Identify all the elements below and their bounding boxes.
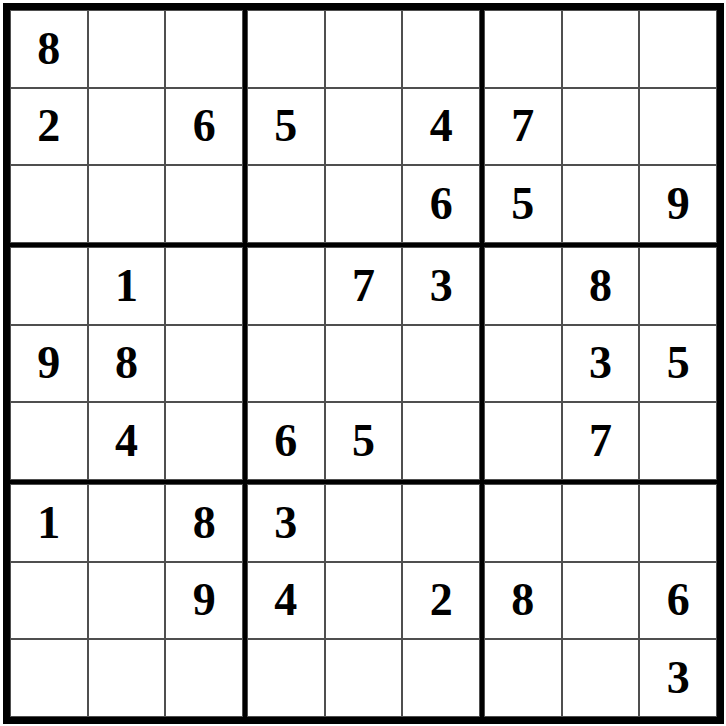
cell-r3c9[interactable]: 9	[639, 165, 717, 243]
cell-r7c2[interactable]	[88, 484, 166, 562]
cell-r1c1[interactable]: 8	[10, 10, 88, 88]
cell-r2c7[interactable]: 7	[484, 88, 562, 166]
cell-r6c1[interactable]	[10, 402, 88, 480]
cell-r8c8[interactable]	[562, 562, 640, 640]
cell-r2c8[interactable]	[562, 88, 640, 166]
cell-r8c4[interactable]: 4	[247, 562, 325, 640]
cell-r4c3[interactable]	[165, 247, 243, 325]
cell-r9c2[interactable]	[88, 639, 166, 717]
cell-r1c3[interactable]	[165, 10, 243, 88]
cell-r6c8[interactable]: 7	[562, 402, 640, 480]
cell-r1c2[interactable]	[88, 10, 166, 88]
box-band3-stack1: 189	[8, 482, 245, 719]
cell-r1c5[interactable]	[325, 10, 403, 88]
cell-r5c7[interactable]	[484, 325, 562, 403]
cell-r3c7[interactable]: 5	[484, 165, 562, 243]
cell-r4c9[interactable]	[639, 247, 717, 325]
cell-r3c8[interactable]	[562, 165, 640, 243]
cell-r6c6[interactable]	[402, 402, 480, 480]
cell-r6c9[interactable]	[639, 402, 717, 480]
cell-r8c3[interactable]: 9	[165, 562, 243, 640]
box-band2-stack2: 7365	[245, 245, 482, 482]
cell-r9c7[interactable]	[484, 639, 562, 717]
box-band1-stack2: 546	[245, 8, 482, 245]
cell-r4c2[interactable]: 1	[88, 247, 166, 325]
cell-r6c3[interactable]	[165, 402, 243, 480]
cell-r6c4[interactable]: 6	[247, 402, 325, 480]
cell-r7c1[interactable]: 1	[10, 484, 88, 562]
cell-r1c9[interactable]	[639, 10, 717, 88]
box-band1-stack3: 759	[482, 8, 719, 245]
cell-r9c8[interactable]	[562, 639, 640, 717]
cell-r7c7[interactable]	[484, 484, 562, 562]
cell-r7c3[interactable]: 8	[165, 484, 243, 562]
cell-r7c4[interactable]: 3	[247, 484, 325, 562]
cell-r2c6[interactable]: 4	[402, 88, 480, 166]
cell-r9c3[interactable]	[165, 639, 243, 717]
cell-r6c5[interactable]: 5	[325, 402, 403, 480]
box-band3-stack3: 863	[482, 482, 719, 719]
cell-r8c5[interactable]	[325, 562, 403, 640]
cell-r7c9[interactable]	[639, 484, 717, 562]
cell-r8c2[interactable]	[88, 562, 166, 640]
cell-r2c4[interactable]: 5	[247, 88, 325, 166]
cell-r4c5[interactable]: 7	[325, 247, 403, 325]
cell-r1c4[interactable]	[247, 10, 325, 88]
cell-r4c1[interactable]	[10, 247, 88, 325]
cell-r5c9[interactable]: 5	[639, 325, 717, 403]
cell-r2c5[interactable]	[325, 88, 403, 166]
cell-r8c7[interactable]: 8	[484, 562, 562, 640]
cell-r6c2[interactable]: 4	[88, 402, 166, 480]
cell-r8c9[interactable]: 6	[639, 562, 717, 640]
cell-r8c6[interactable]: 2	[402, 562, 480, 640]
cell-r5c1[interactable]: 9	[10, 325, 88, 403]
cell-r3c3[interactable]	[165, 165, 243, 243]
sudoku-image: 826546759198473658357189342863	[0, 0, 726, 726]
cell-r6c7[interactable]	[484, 402, 562, 480]
cell-r1c6[interactable]	[402, 10, 480, 88]
box-band3-stack2: 342	[245, 482, 482, 719]
cell-r9c6[interactable]	[402, 639, 480, 717]
cell-r5c6[interactable]	[402, 325, 480, 403]
cell-r5c3[interactable]	[165, 325, 243, 403]
cell-r3c4[interactable]	[247, 165, 325, 243]
box-band1-stack1: 826	[8, 8, 245, 245]
cell-r4c8[interactable]: 8	[562, 247, 640, 325]
sudoku-board: 826546759198473658357189342863	[3, 3, 724, 724]
cell-r9c1[interactable]	[10, 639, 88, 717]
cell-r3c6[interactable]: 6	[402, 165, 480, 243]
cell-r2c3[interactable]: 6	[165, 88, 243, 166]
cell-r3c5[interactable]	[325, 165, 403, 243]
cell-r1c8[interactable]	[562, 10, 640, 88]
cell-r5c5[interactable]	[325, 325, 403, 403]
cell-r9c4[interactable]	[247, 639, 325, 717]
cell-r5c8[interactable]: 3	[562, 325, 640, 403]
cell-r4c7[interactable]	[484, 247, 562, 325]
cell-r5c4[interactable]	[247, 325, 325, 403]
cell-r3c1[interactable]	[10, 165, 88, 243]
cell-r4c6[interactable]: 3	[402, 247, 480, 325]
cell-r7c8[interactable]	[562, 484, 640, 562]
cell-r2c1[interactable]: 2	[10, 88, 88, 166]
cell-r9c5[interactable]	[325, 639, 403, 717]
cell-r5c2[interactable]: 8	[88, 325, 166, 403]
cell-r7c6[interactable]	[402, 484, 480, 562]
cell-r9c9[interactable]: 3	[639, 639, 717, 717]
cell-r7c5[interactable]	[325, 484, 403, 562]
cell-r8c1[interactable]	[10, 562, 88, 640]
box-band2-stack3: 8357	[482, 245, 719, 482]
cell-r2c2[interactable]	[88, 88, 166, 166]
cell-r3c2[interactable]	[88, 165, 166, 243]
cell-r4c4[interactable]	[247, 247, 325, 325]
cell-r2c9[interactable]	[639, 88, 717, 166]
cell-r1c7[interactable]	[484, 10, 562, 88]
box-band2-stack1: 1984	[8, 245, 245, 482]
